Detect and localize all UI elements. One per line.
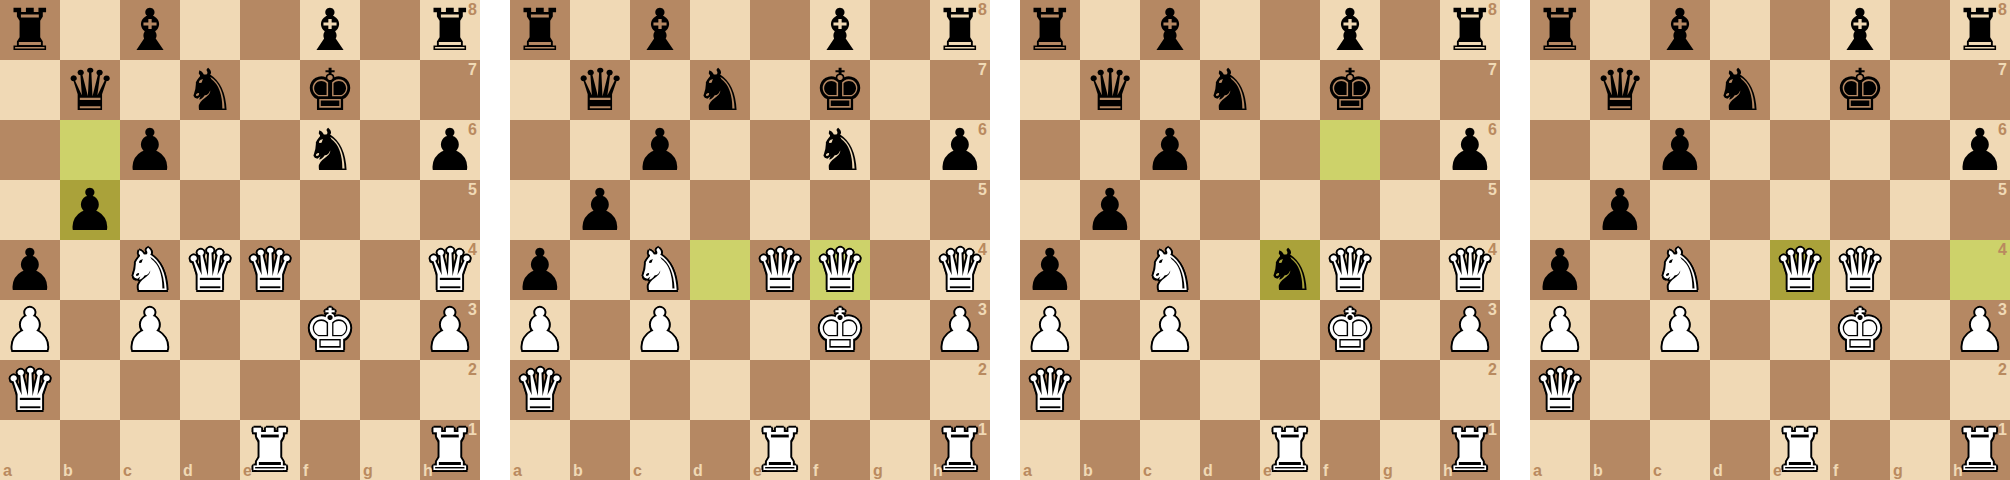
- black-knight-icon[interactable]: ♞: [180, 60, 240, 120]
- square-f8[interactable]: ♝: [810, 0, 870, 60]
- square-d7[interactable]: ♞: [1710, 60, 1770, 120]
- square-a5[interactable]: [510, 180, 570, 240]
- square-d4[interactable]: [1710, 240, 1770, 300]
- square-h7[interactable]: 7: [1950, 60, 2010, 120]
- square-h8[interactable]: ♜8: [930, 0, 990, 60]
- square-d1[interactable]: d: [1710, 420, 1770, 480]
- square-b7[interactable]: ♛: [1590, 60, 1650, 120]
- square-c6[interactable]: ♟: [120, 120, 180, 180]
- square-a7[interactable]: [510, 60, 570, 120]
- square-a5[interactable]: [1020, 180, 1080, 240]
- square-a5[interactable]: [1530, 180, 1590, 240]
- square-e4[interactable]: ♛: [1770, 240, 1830, 300]
- white-queen-icon[interactable]: ♛: [1830, 240, 1890, 300]
- square-g2[interactable]: [360, 360, 420, 420]
- square-f2[interactable]: [810, 360, 870, 420]
- square-h8[interactable]: ♜8: [420, 0, 480, 60]
- square-e2[interactable]: [240, 360, 300, 420]
- square-g4[interactable]: [360, 240, 420, 300]
- white-pawn-icon[interactable]: ♟: [630, 300, 690, 360]
- square-h5[interactable]: 5: [420, 180, 480, 240]
- square-a3[interactable]: ♟: [1530, 300, 1590, 360]
- square-a2[interactable]: ♛: [510, 360, 570, 420]
- square-f1[interactable]: f: [1830, 420, 1890, 480]
- square-a6[interactable]: [0, 120, 60, 180]
- square-e5[interactable]: [1260, 180, 1320, 240]
- square-g5[interactable]: [1890, 180, 1950, 240]
- square-f8[interactable]: ♝: [1320, 0, 1380, 60]
- black-queen-icon[interactable]: ♛: [1590, 60, 1650, 120]
- square-g3[interactable]: [1890, 300, 1950, 360]
- white-queen-icon[interactable]: ♛: [240, 240, 300, 300]
- square-g3[interactable]: [1380, 300, 1440, 360]
- square-e8[interactable]: [240, 0, 300, 60]
- square-a7[interactable]: [0, 60, 60, 120]
- square-h7[interactable]: 7: [1440, 60, 1500, 120]
- square-f6[interactable]: [1320, 120, 1380, 180]
- square-a7[interactable]: [1020, 60, 1080, 120]
- square-d1[interactable]: d: [180, 420, 240, 480]
- square-h4[interactable]: ♛4: [930, 240, 990, 300]
- square-b8[interactable]: [1080, 0, 1140, 60]
- square-f8[interactable]: ♝: [1830, 0, 1890, 60]
- square-h5[interactable]: 5: [1440, 180, 1500, 240]
- square-f7[interactable]: ♚: [1830, 60, 1890, 120]
- square-f4[interactable]: ♛: [1320, 240, 1380, 300]
- square-g1[interactable]: g: [1380, 420, 1440, 480]
- square-c8[interactable]: ♝: [1650, 0, 1710, 60]
- black-knight-icon[interactable]: ♞: [300, 120, 360, 180]
- square-b8[interactable]: [570, 0, 630, 60]
- square-a6[interactable]: [1020, 120, 1080, 180]
- square-b4[interactable]: [570, 240, 630, 300]
- square-g8[interactable]: [870, 0, 930, 60]
- square-g5[interactable]: [1380, 180, 1440, 240]
- square-d8[interactable]: [690, 0, 750, 60]
- square-d4[interactable]: [1200, 240, 1260, 300]
- square-a2[interactable]: ♛: [0, 360, 60, 420]
- square-e3[interactable]: [1770, 300, 1830, 360]
- black-rook-icon[interactable]: ♜: [1530, 0, 1590, 60]
- square-e2[interactable]: [750, 360, 810, 420]
- black-bishop-icon[interactable]: ♝: [300, 0, 360, 60]
- square-e8[interactable]: [750, 0, 810, 60]
- square-e8[interactable]: [1770, 0, 1830, 60]
- white-pawn-icon[interactable]: ♟: [1650, 300, 1710, 360]
- square-a7[interactable]: [1530, 60, 1590, 120]
- square-f3[interactable]: ♚: [810, 300, 870, 360]
- square-g6[interactable]: [1380, 120, 1440, 180]
- square-c4[interactable]: ♞: [630, 240, 690, 300]
- square-d7[interactable]: ♞: [1200, 60, 1260, 120]
- square-a3[interactable]: ♟: [510, 300, 570, 360]
- white-knight-icon[interactable]: ♞: [630, 240, 690, 300]
- square-d8[interactable]: [180, 0, 240, 60]
- square-f2[interactable]: [1320, 360, 1380, 420]
- black-pawn-icon[interactable]: ♟: [1530, 240, 1590, 300]
- white-queen-icon[interactable]: ♛: [1530, 360, 1590, 420]
- white-queen-icon[interactable]: ♛: [750, 240, 810, 300]
- square-g4[interactable]: [1380, 240, 1440, 300]
- square-f8[interactable]: ♝: [300, 0, 360, 60]
- square-b6[interactable]: [1080, 120, 1140, 180]
- white-king-icon[interactable]: ♚: [810, 300, 870, 360]
- square-e1[interactable]: ♜e: [240, 420, 300, 480]
- square-a1[interactable]: a: [0, 420, 60, 480]
- square-d2[interactable]: [690, 360, 750, 420]
- square-a8[interactable]: ♜: [0, 0, 60, 60]
- black-pawn-icon[interactable]: ♟: [1020, 240, 1080, 300]
- black-bishop-icon[interactable]: ♝: [1320, 0, 1380, 60]
- square-h6[interactable]: ♟6: [1440, 120, 1500, 180]
- square-f1[interactable]: f: [810, 420, 870, 480]
- square-h1[interactable]: ♜1h: [420, 420, 480, 480]
- square-g4[interactable]: [870, 240, 930, 300]
- square-g8[interactable]: [1380, 0, 1440, 60]
- square-g6[interactable]: [870, 120, 930, 180]
- square-f6[interactable]: ♞: [810, 120, 870, 180]
- square-a8[interactable]: ♜: [510, 0, 570, 60]
- square-h7[interactable]: 7: [420, 60, 480, 120]
- black-pawn-icon[interactable]: ♟: [0, 240, 60, 300]
- square-a2[interactable]: ♛: [1020, 360, 1080, 420]
- black-pawn-icon[interactable]: ♟: [1080, 180, 1140, 240]
- square-f1[interactable]: f: [1320, 420, 1380, 480]
- square-a8[interactable]: ♜: [1530, 0, 1590, 60]
- black-pawn-icon[interactable]: ♟: [570, 180, 630, 240]
- black-pawn-icon[interactable]: ♟: [60, 180, 120, 240]
- square-a3[interactable]: ♟: [0, 300, 60, 360]
- white-queen-icon[interactable]: ♛: [180, 240, 240, 300]
- square-d7[interactable]: ♞: [180, 60, 240, 120]
- square-g2[interactable]: [1380, 360, 1440, 420]
- square-c1[interactable]: c: [630, 420, 690, 480]
- white-pawn-icon[interactable]: ♟: [120, 300, 180, 360]
- square-g7[interactable]: [360, 60, 420, 120]
- square-d6[interactable]: [1200, 120, 1260, 180]
- black-knight-icon[interactable]: ♞: [1260, 240, 1320, 300]
- square-g6[interactable]: [1890, 120, 1950, 180]
- square-c7[interactable]: [630, 60, 690, 120]
- square-c2[interactable]: [630, 360, 690, 420]
- square-g2[interactable]: [1890, 360, 1950, 420]
- square-g1[interactable]: g: [1890, 420, 1950, 480]
- square-g8[interactable]: [360, 0, 420, 60]
- square-f3[interactable]: ♚: [300, 300, 360, 360]
- square-h2[interactable]: 2: [1950, 360, 2010, 420]
- square-c3[interactable]: ♟: [1650, 300, 1710, 360]
- square-e8[interactable]: [1260, 0, 1320, 60]
- square-c6[interactable]: ♟: [1650, 120, 1710, 180]
- square-b5[interactable]: ♟: [570, 180, 630, 240]
- square-a3[interactable]: ♟: [1020, 300, 1080, 360]
- square-b2[interactable]: [570, 360, 630, 420]
- square-c6[interactable]: ♟: [630, 120, 690, 180]
- square-e3[interactable]: [1260, 300, 1320, 360]
- square-b2[interactable]: [1590, 360, 1650, 420]
- square-b4[interactable]: [1590, 240, 1650, 300]
- white-queen-icon[interactable]: ♛: [1770, 240, 1830, 300]
- black-king-icon[interactable]: ♚: [1830, 60, 1890, 120]
- square-e1[interactable]: ♜e: [1770, 420, 1830, 480]
- white-pawn-icon[interactable]: ♟: [510, 300, 570, 360]
- square-d2[interactable]: [1200, 360, 1260, 420]
- square-f5[interactable]: [810, 180, 870, 240]
- square-f2[interactable]: [300, 360, 360, 420]
- square-a4[interactable]: ♟: [510, 240, 570, 300]
- white-queen-icon[interactable]: ♛: [1020, 360, 1080, 420]
- square-d5[interactable]: [1200, 180, 1260, 240]
- black-rook-icon[interactable]: ♜: [0, 0, 60, 60]
- square-f4[interactable]: [300, 240, 360, 300]
- square-e4[interactable]: ♞: [1260, 240, 1320, 300]
- square-b3[interactable]: [570, 300, 630, 360]
- square-b4[interactable]: [60, 240, 120, 300]
- black-rook-icon[interactable]: ♜: [510, 0, 570, 60]
- square-c8[interactable]: ♝: [1140, 0, 1200, 60]
- black-queen-icon[interactable]: ♛: [60, 60, 120, 120]
- square-d6[interactable]: [1710, 120, 1770, 180]
- black-knight-icon[interactable]: ♞: [810, 120, 870, 180]
- square-e6[interactable]: [1770, 120, 1830, 180]
- white-queen-icon[interactable]: ♛: [1320, 240, 1380, 300]
- square-c2[interactable]: [1650, 360, 1710, 420]
- square-c1[interactable]: c: [1140, 420, 1200, 480]
- square-e7[interactable]: [240, 60, 300, 120]
- square-c5[interactable]: [120, 180, 180, 240]
- square-c1[interactable]: c: [1650, 420, 1710, 480]
- square-h1[interactable]: ♜1h: [1440, 420, 1500, 480]
- square-f7[interactable]: ♚: [300, 60, 360, 120]
- black-king-icon[interactable]: ♚: [300, 60, 360, 120]
- square-a1[interactable]: a: [1530, 420, 1590, 480]
- square-g5[interactable]: [360, 180, 420, 240]
- white-knight-icon[interactable]: ♞: [1140, 240, 1200, 300]
- square-h3[interactable]: ♟3: [930, 300, 990, 360]
- square-d4[interactable]: ♛: [180, 240, 240, 300]
- square-h7[interactable]: 7: [930, 60, 990, 120]
- square-b1[interactable]: b: [570, 420, 630, 480]
- black-king-icon[interactable]: ♚: [1320, 60, 1380, 120]
- square-e3[interactable]: [240, 300, 300, 360]
- square-f5[interactable]: [300, 180, 360, 240]
- square-d2[interactable]: [180, 360, 240, 420]
- square-c5[interactable]: [1140, 180, 1200, 240]
- square-e7[interactable]: [750, 60, 810, 120]
- square-d2[interactable]: [1710, 360, 1770, 420]
- white-pawn-icon[interactable]: ♟: [1020, 300, 1080, 360]
- black-knight-icon[interactable]: ♞: [690, 60, 750, 120]
- black-queen-icon[interactable]: ♛: [570, 60, 630, 120]
- square-c7[interactable]: [1140, 60, 1200, 120]
- square-d1[interactable]: d: [690, 420, 750, 480]
- square-g5[interactable]: [870, 180, 930, 240]
- square-b2[interactable]: [60, 360, 120, 420]
- square-c3[interactable]: ♟: [120, 300, 180, 360]
- square-c6[interactable]: ♟: [1140, 120, 1200, 180]
- black-rook-icon[interactable]: ♜: [1020, 0, 1080, 60]
- square-c4[interactable]: ♞: [1140, 240, 1200, 300]
- black-knight-icon[interactable]: ♞: [1710, 60, 1770, 120]
- square-f1[interactable]: f: [300, 420, 360, 480]
- square-c7[interactable]: [1650, 60, 1710, 120]
- white-queen-icon[interactable]: ♛: [0, 360, 60, 420]
- square-f5[interactable]: [1320, 180, 1380, 240]
- square-h4[interactable]: ♛4: [1440, 240, 1500, 300]
- square-b8[interactable]: [1590, 0, 1650, 60]
- black-queen-icon[interactable]: ♛: [1080, 60, 1140, 120]
- square-a1[interactable]: a: [1020, 420, 1080, 480]
- white-king-icon[interactable]: ♚: [1830, 300, 1890, 360]
- square-a1[interactable]: a: [510, 420, 570, 480]
- square-e1[interactable]: ♜e: [1260, 420, 1320, 480]
- square-c2[interactable]: [1140, 360, 1200, 420]
- square-f3[interactable]: ♚: [1320, 300, 1380, 360]
- square-a4[interactable]: ♟: [1530, 240, 1590, 300]
- square-g1[interactable]: g: [870, 420, 930, 480]
- square-h2[interactable]: 2: [420, 360, 480, 420]
- square-c2[interactable]: [120, 360, 180, 420]
- square-a6[interactable]: [510, 120, 570, 180]
- square-b6[interactable]: [1590, 120, 1650, 180]
- square-b2[interactable]: [1080, 360, 1140, 420]
- square-h4[interactable]: ♛4: [420, 240, 480, 300]
- square-b3[interactable]: [60, 300, 120, 360]
- black-knight-icon[interactable]: ♞: [1200, 60, 1260, 120]
- square-f6[interactable]: [1830, 120, 1890, 180]
- square-d7[interactable]: ♞: [690, 60, 750, 120]
- white-pawn-icon[interactable]: ♟: [1140, 300, 1200, 360]
- black-pawn-icon[interactable]: ♟: [630, 120, 690, 180]
- black-king-icon[interactable]: ♚: [810, 60, 870, 120]
- square-h2[interactable]: 2: [930, 360, 990, 420]
- black-pawn-icon[interactable]: ♟: [120, 120, 180, 180]
- square-c7[interactable]: [120, 60, 180, 120]
- square-e6[interactable]: [240, 120, 300, 180]
- white-king-icon[interactable]: ♚: [300, 300, 360, 360]
- black-pawn-icon[interactable]: ♟: [510, 240, 570, 300]
- white-queen-icon[interactable]: ♛: [810, 240, 870, 300]
- square-f6[interactable]: ♞: [300, 120, 360, 180]
- square-g7[interactable]: [870, 60, 930, 120]
- square-a5[interactable]: [0, 180, 60, 240]
- square-a8[interactable]: ♜: [1020, 0, 1080, 60]
- square-b5[interactable]: ♟: [1080, 180, 1140, 240]
- square-a2[interactable]: ♛: [1530, 360, 1590, 420]
- square-d6[interactable]: [180, 120, 240, 180]
- square-h5[interactable]: 5: [1950, 180, 2010, 240]
- square-f7[interactable]: ♚: [810, 60, 870, 120]
- square-e6[interactable]: [1260, 120, 1320, 180]
- square-e4[interactable]: ♛: [750, 240, 810, 300]
- black-bishop-icon[interactable]: ♝: [1140, 0, 1200, 60]
- square-e1[interactable]: ♜e: [750, 420, 810, 480]
- square-h3[interactable]: ♟3: [1440, 300, 1500, 360]
- square-d8[interactable]: [1710, 0, 1770, 60]
- square-f4[interactable]: ♛: [810, 240, 870, 300]
- square-d5[interactable]: [690, 180, 750, 240]
- square-f7[interactable]: ♚: [1320, 60, 1380, 120]
- square-f3[interactable]: ♚: [1830, 300, 1890, 360]
- square-b1[interactable]: b: [1080, 420, 1140, 480]
- square-h3[interactable]: ♟3: [420, 300, 480, 360]
- square-c1[interactable]: c: [120, 420, 180, 480]
- square-g1[interactable]: g: [360, 420, 420, 480]
- square-h8[interactable]: ♜8: [1950, 0, 2010, 60]
- square-b6[interactable]: [570, 120, 630, 180]
- square-d6[interactable]: [690, 120, 750, 180]
- black-bishop-icon[interactable]: ♝: [120, 0, 180, 60]
- square-e4[interactable]: ♛: [240, 240, 300, 300]
- square-d3[interactable]: [180, 300, 240, 360]
- square-e2[interactable]: [1260, 360, 1320, 420]
- square-c3[interactable]: ♟: [630, 300, 690, 360]
- square-h1[interactable]: ♜1h: [930, 420, 990, 480]
- square-h2[interactable]: 2: [1440, 360, 1500, 420]
- square-e5[interactable]: [1770, 180, 1830, 240]
- square-d5[interactable]: [1710, 180, 1770, 240]
- square-d5[interactable]: [180, 180, 240, 240]
- square-g3[interactable]: [360, 300, 420, 360]
- square-g7[interactable]: [1380, 60, 1440, 120]
- square-b1[interactable]: b: [60, 420, 120, 480]
- square-g3[interactable]: [870, 300, 930, 360]
- square-h5[interactable]: 5: [930, 180, 990, 240]
- black-bishop-icon[interactable]: ♝: [1830, 0, 1890, 60]
- square-a4[interactable]: ♟: [0, 240, 60, 300]
- black-pawn-icon[interactable]: ♟: [1140, 120, 1200, 180]
- square-g2[interactable]: [870, 360, 930, 420]
- square-e5[interactable]: [750, 180, 810, 240]
- square-d3[interactable]: [1710, 300, 1770, 360]
- square-b1[interactable]: b: [1590, 420, 1650, 480]
- square-b7[interactable]: ♛: [60, 60, 120, 120]
- square-h8[interactable]: ♜8: [1440, 0, 1500, 60]
- black-bishop-icon[interactable]: ♝: [630, 0, 690, 60]
- square-c8[interactable]: ♝: [120, 0, 180, 60]
- square-c4[interactable]: ♞: [120, 240, 180, 300]
- square-a4[interactable]: ♟: [1020, 240, 1080, 300]
- square-e7[interactable]: [1770, 60, 1830, 120]
- square-e7[interactable]: [1260, 60, 1320, 120]
- square-h4[interactable]: 4: [1950, 240, 2010, 300]
- square-d4[interactable]: [690, 240, 750, 300]
- square-c4[interactable]: ♞: [1650, 240, 1710, 300]
- black-bishop-icon[interactable]: ♝: [810, 0, 870, 60]
- square-g7[interactable]: [1890, 60, 1950, 120]
- square-e6[interactable]: [750, 120, 810, 180]
- square-a6[interactable]: [1530, 120, 1590, 180]
- square-d1[interactable]: d: [1200, 420, 1260, 480]
- square-c3[interactable]: ♟: [1140, 300, 1200, 360]
- square-g4[interactable]: [1890, 240, 1950, 300]
- square-c8[interactable]: ♝: [630, 0, 690, 60]
- square-b7[interactable]: ♛: [1080, 60, 1140, 120]
- square-e5[interactable]: [240, 180, 300, 240]
- square-b8[interactable]: [60, 0, 120, 60]
- square-f4[interactable]: ♛: [1830, 240, 1890, 300]
- white-knight-icon[interactable]: ♞: [1650, 240, 1710, 300]
- square-b3[interactable]: [1590, 300, 1650, 360]
- square-h6[interactable]: ♟6: [420, 120, 480, 180]
- square-b6[interactable]: [60, 120, 120, 180]
- square-b7[interactable]: ♛: [570, 60, 630, 120]
- square-b4[interactable]: [1080, 240, 1140, 300]
- square-f2[interactable]: [1830, 360, 1890, 420]
- square-b5[interactable]: ♟: [60, 180, 120, 240]
- square-c5[interactable]: [630, 180, 690, 240]
- square-h3[interactable]: ♟3: [1950, 300, 2010, 360]
